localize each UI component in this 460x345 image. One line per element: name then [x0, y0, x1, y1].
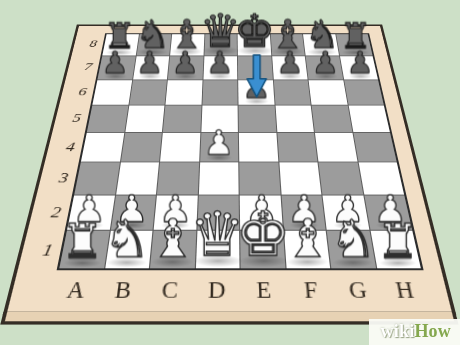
- square-f1: ♝: [283, 230, 330, 268]
- wikihow-watermark: wikiHow: [369, 319, 460, 345]
- square-f4: [277, 133, 318, 162]
- file-label-e: E: [240, 270, 288, 303]
- black-pawn-g7: ♟: [312, 47, 339, 77]
- square-a5: [87, 105, 128, 132]
- white-pawn-d4: ♟: [204, 126, 234, 160]
- white-knight-g1: ♞: [330, 213, 376, 265]
- square-c5: [163, 105, 201, 132]
- square-h7: ♟: [340, 56, 378, 79]
- file-label-g: G: [332, 270, 384, 303]
- black-king-e8: ♚: [234, 8, 275, 54]
- white-rook-h1: ♜: [377, 218, 419, 265]
- square-d1: ♛: [195, 230, 239, 268]
- square-g1: ♞: [327, 230, 376, 268]
- black-pawn-a7: ♟: [102, 47, 129, 77]
- board-frame: 87654321 ♜♞♝♛♚♝♞♜♟♟♟♟♟♟♟♟♟♟♟♟♟♟♟♟♜♞♝♛♚♝♞…: [3, 25, 457, 316]
- square-e1: ♚: [240, 230, 285, 268]
- chess-illustration: 87654321 ♜♞♝♛♚♝♞♜♟♟♟♟♟♟♟♟♟♟♟♟♟♟♟♟♜♞♝♛♚♝♞…: [0, 0, 460, 345]
- black-pawn-d7: ♟: [207, 47, 234, 77]
- square-f5: [275, 105, 314, 132]
- wikihow-wiki-text: wiki: [381, 321, 415, 342]
- square-c6: [165, 80, 202, 105]
- square-g5: [312, 105, 352, 132]
- white-rook-a1: ♜: [61, 218, 103, 265]
- square-e4: [239, 133, 278, 162]
- square-h4: [353, 133, 397, 162]
- square-g4: [315, 133, 357, 162]
- square-d4: ♟: [200, 133, 239, 162]
- wikihow-how-text: How: [414, 321, 451, 342]
- square-a7: ♟: [98, 56, 136, 79]
- black-pawn-c7: ♟: [172, 47, 199, 77]
- black-pawn-h7: ♟: [347, 47, 374, 77]
- white-bishop-f1: ♝: [284, 212, 331, 265]
- square-c7: ♟: [168, 56, 203, 79]
- square-d3: [198, 163, 238, 195]
- move-arrow-icon: [246, 54, 267, 98]
- square-b1: ♞: [105, 230, 153, 268]
- square-a1: ♜: [59, 230, 109, 268]
- board-grid: ♜♞♝♛♚♝♞♜♟♟♟♟♟♟♟♟♟♟♟♟♟♟♟♟♜♞♝♛♚♝♞♜: [57, 33, 424, 270]
- square-e5: [239, 105, 276, 132]
- file-label-b: B: [97, 270, 148, 303]
- chess-board: 87654321 ♜♞♝♛♚♝♞♜♟♟♟♟♟♟♟♟♟♟♟♟♟♟♟♟♜♞♝♛♚♝♞…: [3, 25, 457, 316]
- white-knight-b1: ♞: [104, 213, 150, 265]
- square-g7: ♟: [306, 56, 343, 79]
- square-e6: ♟: [238, 80, 274, 105]
- file-label-c: C: [145, 270, 194, 303]
- black-pawn-f7: ♟: [277, 47, 304, 77]
- square-a4: [81, 133, 124, 162]
- white-king-e1: ♚: [235, 204, 290, 265]
- square-f6: [273, 80, 310, 105]
- square-a6: [92, 80, 131, 105]
- black-pawn-b7: ♟: [137, 47, 164, 77]
- square-g6: [309, 80, 348, 105]
- file-label-h: H: [378, 270, 432, 303]
- square-h1: ♜: [370, 230, 421, 268]
- square-b5: [125, 105, 165, 132]
- square-b7: ♟: [133, 56, 169, 79]
- square-d6: [202, 80, 238, 105]
- square-c4: [160, 133, 200, 162]
- square-b6: [129, 80, 167, 105]
- square-h6: [344, 80, 384, 105]
- file-label-d: D: [193, 270, 241, 303]
- square-h5: [348, 105, 390, 132]
- file-labels: ABCDEFGH: [48, 270, 433, 311]
- square-f7: ♟: [272, 56, 308, 79]
- square-b4: [120, 133, 161, 162]
- square-d7: ♟: [203, 56, 237, 79]
- square-e8: ♚: [238, 34, 271, 55]
- file-label-f: F: [286, 270, 336, 303]
- file-label-a: A: [50, 270, 103, 303]
